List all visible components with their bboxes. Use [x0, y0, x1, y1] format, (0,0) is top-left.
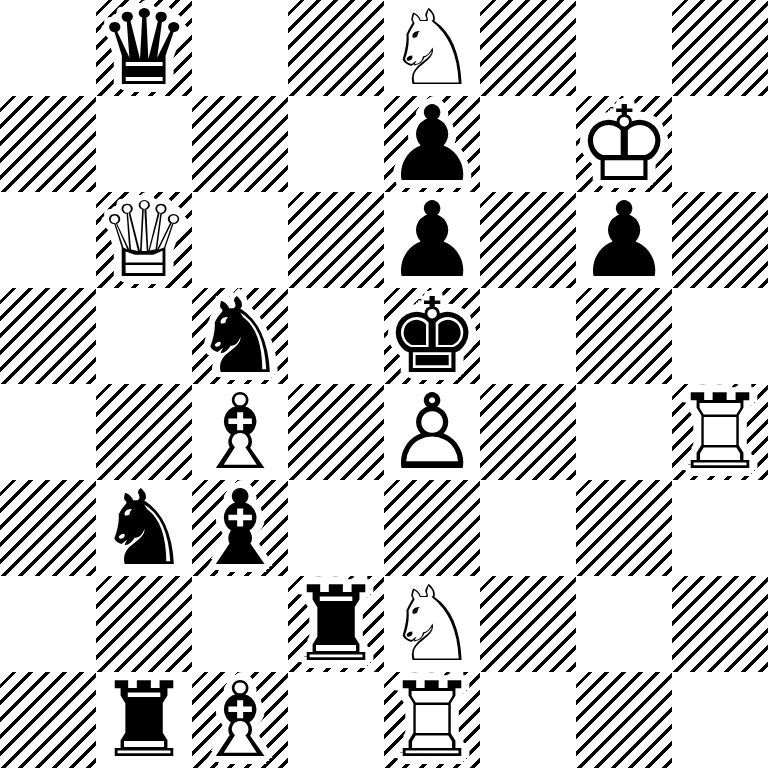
square-d3[interactable] — [288, 480, 384, 576]
black-pawn: ♟ — [384, 192, 480, 288]
square-d2[interactable]: ♜ — [288, 576, 384, 672]
square-g6[interactable]: ♟ — [576, 192, 672, 288]
square-h1[interactable] — [672, 672, 768, 768]
white-rook: ♖ — [672, 384, 768, 480]
white-pawn: ♙ — [384, 384, 480, 480]
square-a1[interactable] — [0, 672, 96, 768]
square-c4[interactable]: ♝♗ — [192, 384, 288, 480]
square-h8[interactable] — [672, 0, 768, 96]
white-knight: ♘ — [384, 0, 480, 96]
square-b4[interactable] — [96, 384, 192, 480]
square-c7[interactable] — [192, 96, 288, 192]
square-f8[interactable] — [480, 0, 576, 96]
square-h5[interactable] — [672, 288, 768, 384]
square-e8[interactable]: ♞♘ — [384, 0, 480, 96]
white-rook-fill: ♜ — [672, 384, 768, 480]
square-h2[interactable] — [672, 576, 768, 672]
chess-board: ♛♞♘♟♚♔♛♕♟♟♞♚♝♗♟♙♜♖♞♝♜♞♘♜♝♗♜♖ — [0, 0, 768, 768]
square-a5[interactable] — [0, 288, 96, 384]
square-d8[interactable] — [288, 0, 384, 96]
white-bishop: ♗ — [192, 672, 288, 768]
square-e5[interactable]: ♚ — [384, 288, 480, 384]
square-a2[interactable] — [0, 576, 96, 672]
square-d7[interactable] — [288, 96, 384, 192]
black-bishop: ♝ — [192, 480, 288, 576]
square-e4[interactable]: ♟♙ — [384, 384, 480, 480]
white-queen-fill: ♛ — [96, 192, 192, 288]
square-h3[interactable] — [672, 480, 768, 576]
square-b6[interactable]: ♛♕ — [96, 192, 192, 288]
square-f4[interactable] — [480, 384, 576, 480]
square-d4[interactable] — [288, 384, 384, 480]
square-a7[interactable] — [0, 96, 96, 192]
white-king: ♔ — [576, 96, 672, 192]
square-b3[interactable]: ♞ — [96, 480, 192, 576]
square-f7[interactable] — [480, 96, 576, 192]
square-g7[interactable]: ♚♔ — [576, 96, 672, 192]
square-f1[interactable] — [480, 672, 576, 768]
square-f6[interactable] — [480, 192, 576, 288]
square-e3[interactable] — [384, 480, 480, 576]
white-queen: ♕ — [96, 192, 192, 288]
square-c1[interactable]: ♝♗ — [192, 672, 288, 768]
white-knight: ♘ — [384, 576, 480, 672]
square-b2[interactable] — [96, 576, 192, 672]
black-rook: ♜ — [288, 576, 384, 672]
square-c8[interactable] — [192, 0, 288, 96]
square-c6[interactable] — [192, 192, 288, 288]
square-f2[interactable] — [480, 576, 576, 672]
square-g5[interactable] — [576, 288, 672, 384]
white-rook: ♖ — [384, 672, 480, 768]
square-f5[interactable] — [480, 288, 576, 384]
white-rook-fill: ♜ — [384, 672, 480, 768]
white-bishop-fill: ♝ — [192, 672, 288, 768]
black-knight: ♞ — [192, 288, 288, 384]
square-h6[interactable] — [672, 192, 768, 288]
square-c3[interactable]: ♝ — [192, 480, 288, 576]
square-c2[interactable] — [192, 576, 288, 672]
square-b5[interactable] — [96, 288, 192, 384]
square-f3[interactable] — [480, 480, 576, 576]
black-rook: ♜ — [96, 672, 192, 768]
white-knight-fill: ♞ — [384, 0, 480, 96]
square-h7[interactable] — [672, 96, 768, 192]
square-g8[interactable] — [576, 0, 672, 96]
square-d6[interactable] — [288, 192, 384, 288]
square-g1[interactable] — [576, 672, 672, 768]
white-bishop: ♗ — [192, 384, 288, 480]
square-a8[interactable] — [0, 0, 96, 96]
white-king-fill: ♚ — [576, 96, 672, 192]
square-b1[interactable]: ♜ — [96, 672, 192, 768]
black-pawn: ♟ — [576, 192, 672, 288]
white-pawn-fill: ♟ — [384, 384, 480, 480]
square-d5[interactable] — [288, 288, 384, 384]
square-b8[interactable]: ♛ — [96, 0, 192, 96]
white-bishop-fill: ♝ — [192, 384, 288, 480]
square-e1[interactable]: ♜♖ — [384, 672, 480, 768]
square-e7[interactable]: ♟ — [384, 96, 480, 192]
square-g4[interactable] — [576, 384, 672, 480]
square-e2[interactable]: ♞♘ — [384, 576, 480, 672]
black-queen: ♛ — [96, 0, 192, 96]
square-b7[interactable] — [96, 96, 192, 192]
square-c5[interactable]: ♞ — [192, 288, 288, 384]
square-g2[interactable] — [576, 576, 672, 672]
square-a4[interactable] — [0, 384, 96, 480]
white-knight-fill: ♞ — [384, 576, 480, 672]
square-a3[interactable] — [0, 480, 96, 576]
square-h4[interactable]: ♜♖ — [672, 384, 768, 480]
black-knight: ♞ — [96, 480, 192, 576]
square-a6[interactable] — [0, 192, 96, 288]
square-e6[interactable]: ♟ — [384, 192, 480, 288]
black-king: ♚ — [384, 288, 480, 384]
square-g3[interactable] — [576, 480, 672, 576]
black-pawn: ♟ — [384, 96, 480, 192]
square-d1[interactable] — [288, 672, 384, 768]
